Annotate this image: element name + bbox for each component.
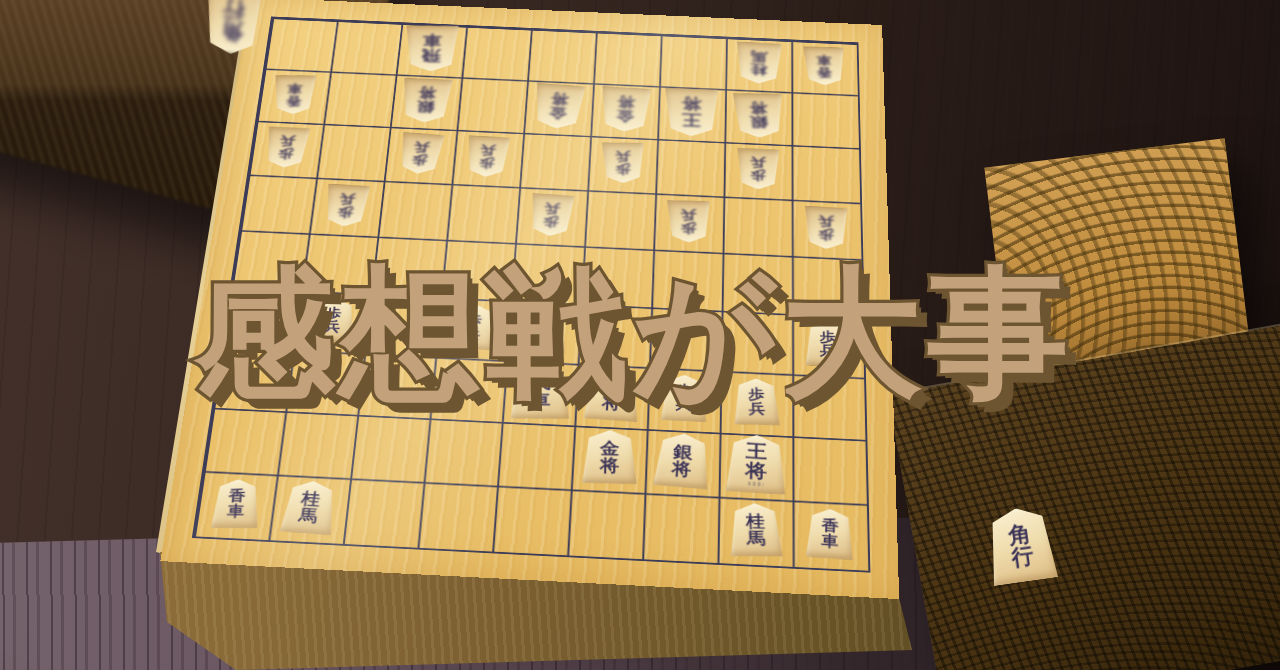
board-shadow <box>120 596 940 656</box>
scene: 飛車桂馬香車香車銀将金将金将王将銀将歩兵歩兵歩兵歩兵歩兵歩兵歩兵歩兵歩兵歩兵歩兵… <box>0 0 1280 670</box>
shogi-piece-lance-sente: 香車 <box>210 479 261 528</box>
piece-kanji: 桂 <box>301 490 322 508</box>
piece-kanji: 馬 <box>746 529 766 546</box>
piece-kanji: 車 <box>817 54 832 66</box>
piece-kanji: 金 <box>548 105 567 120</box>
piece-kanji: 車 <box>821 533 838 549</box>
king-maker-signature <box>747 482 763 487</box>
shogi-piece-rook-gote: 飛車 <box>404 25 460 71</box>
piece-kanji: 将 <box>671 460 692 479</box>
piece-kanji: 王 <box>745 441 767 461</box>
piece-kanji: 行 <box>1010 543 1035 568</box>
piece-kanji: 将 <box>550 91 569 106</box>
piece-kanji: 行 <box>222 0 246 22</box>
shogi-piece-king-sente: 王将 <box>725 433 787 495</box>
piece-kanji: 歩 <box>750 169 765 182</box>
piece-kanji: 将 <box>616 95 634 110</box>
shogi-piece-silver-gote: 銀将 <box>399 77 453 123</box>
piece-kanji: 歩 <box>479 156 495 169</box>
piece-kanji: 将 <box>745 460 767 480</box>
piece-kanji: 車 <box>422 33 442 48</box>
shogi-piece-lance-gote: 香車 <box>271 75 316 114</box>
piece-kanji: 兵 <box>339 192 356 205</box>
shogi-piece-silver-sente: 銀将 <box>653 432 712 490</box>
shogi-piece-knight-sente: 桂馬 <box>280 479 340 535</box>
piece-kanji: 桂 <box>750 63 767 77</box>
piece-kanji: 歩 <box>543 214 560 228</box>
piece-kanji: 歩 <box>818 227 834 241</box>
piece-kanji: 金 <box>600 440 619 457</box>
shogi-piece-pawn-gote: 歩兵 <box>396 132 445 176</box>
piece-kanji: 角 <box>220 20 244 44</box>
piece-kanji: 兵 <box>819 214 835 228</box>
shogi-piece-pawn-gote: 歩兵 <box>464 135 511 178</box>
piece-kanji: 兵 <box>544 202 561 216</box>
piece-kanji: 将 <box>682 96 701 112</box>
piece-kanji: 将 <box>749 101 767 115</box>
shogi-piece-pawn-gote: 歩兵 <box>528 193 576 238</box>
piece-kanji: 兵 <box>615 150 630 162</box>
piece-kanji: 銀 <box>416 100 435 115</box>
piece-kanji: 兵 <box>413 141 430 154</box>
piece-kanji: 香 <box>822 518 839 534</box>
shogi-piece-king-gote: 王将 <box>664 87 719 136</box>
piece-kanji: 金 <box>615 109 634 124</box>
piece-kanji: 飛 <box>421 48 441 63</box>
piece-kanji: 兵 <box>681 208 697 221</box>
piece-kanji: 兵 <box>279 135 296 148</box>
piece-kanji: 歩 <box>337 205 354 219</box>
piece-kanji: 香 <box>817 66 832 78</box>
shogi-piece-pawn-gote: 歩兵 <box>736 148 779 191</box>
shogi-piece-gold-sente: 金将 <box>581 430 637 485</box>
piece-kanji: 車 <box>287 82 303 94</box>
piece-kanji: 兵 <box>750 156 765 169</box>
shogi-piece-pawn-gote: 歩兵 <box>601 142 644 183</box>
shogi-piece-gold-gote: 金将 <box>598 86 651 133</box>
piece-kanji: 桂 <box>745 513 765 530</box>
shogi-piece-gold-gote: 金将 <box>531 82 586 130</box>
piece-kanji: 歩 <box>615 163 630 176</box>
piece-kanji: 兵 <box>480 144 496 157</box>
piece-kanji: 歩 <box>411 153 428 167</box>
shogi-piece-knight-sente: 桂馬 <box>728 503 783 556</box>
shogi-piece-lance-sente: 香車 <box>806 507 855 560</box>
piece-kanji: 銀 <box>673 443 694 462</box>
piece-kanji: 車 <box>226 503 244 518</box>
piece-kanji: 銀 <box>749 115 767 129</box>
shogi-piece-knight-gote: 桂馬 <box>735 42 782 85</box>
shogi-piece-silver-gote: 銀将 <box>732 93 785 138</box>
piece-kanji: 香 <box>228 488 246 503</box>
piece-kanji: 馬 <box>750 50 767 64</box>
piece-kanji: 歩 <box>277 147 294 160</box>
piece-kanji: 香 <box>286 94 302 106</box>
headline-overlay-text: 感想戦が大事 <box>194 240 1073 431</box>
piece-kanji: 将 <box>599 457 619 475</box>
shogi-piece-pawn-gote: 歩兵 <box>262 126 310 168</box>
piece-kanji: 王 <box>682 112 702 128</box>
piece-kanji: 馬 <box>298 506 319 524</box>
shogi-piece-pawn-gote: 歩兵 <box>322 183 371 227</box>
shogi-piece-lance-gote: 香車 <box>803 46 846 86</box>
shogi-piece-pawn-gote: 歩兵 <box>667 200 711 243</box>
piece-kanji: 将 <box>417 86 436 101</box>
piece-kanji: 歩 <box>681 221 697 234</box>
